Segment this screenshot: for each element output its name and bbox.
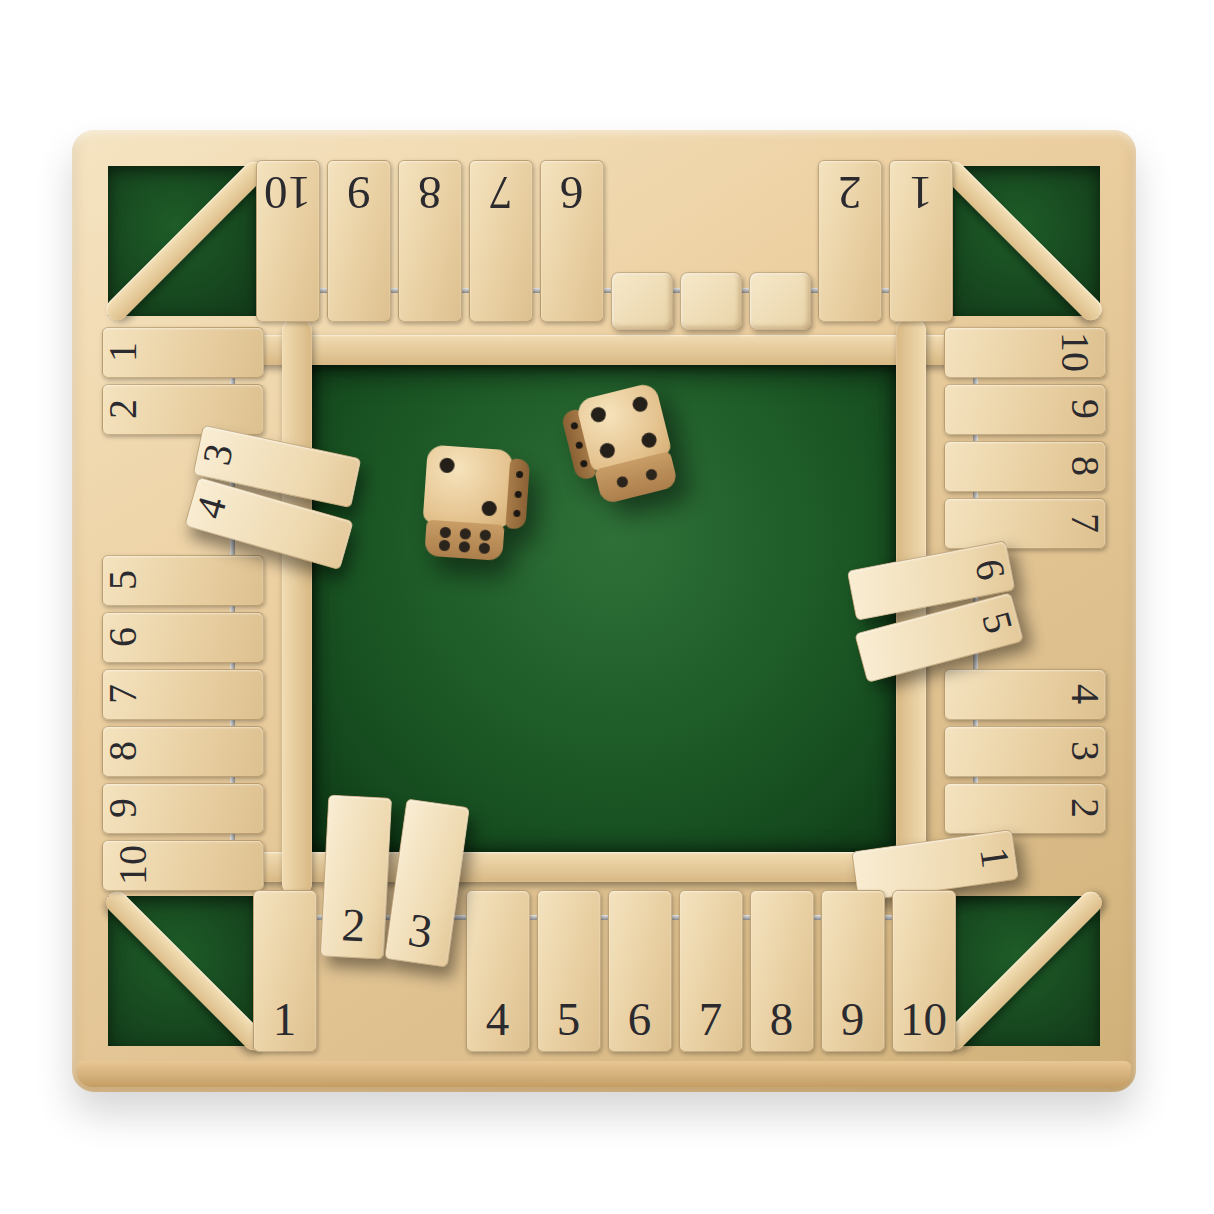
- tile-number: 6: [968, 555, 1011, 582]
- tile-bottom-7[interactable]: 7: [679, 890, 743, 1052]
- tile-row-right: 10987654321: [934, 325, 1106, 892]
- tile-right-10[interactable]: 10: [944, 327, 1106, 378]
- tile-number: 9: [347, 169, 371, 216]
- tile-number: 10: [264, 169, 311, 216]
- tile-right-8[interactable]: 8: [944, 441, 1106, 492]
- tile-top-10[interactable]: 10: [256, 160, 320, 322]
- tile-left-2[interactable]: 2: [102, 384, 264, 435]
- die-pip: [513, 509, 520, 516]
- tile-number: 3: [1065, 741, 1105, 761]
- tile-number: 6: [560, 169, 584, 216]
- tile-bottom-4[interactable]: 4: [466, 890, 530, 1052]
- die-pip: [589, 405, 607, 423]
- die-pip: [459, 528, 471, 540]
- tile-number: 8: [103, 741, 143, 761]
- shut-the-box-board: 10987621 12345678910 10987654321 1234567…: [72, 130, 1136, 1092]
- die-pip: [640, 431, 658, 449]
- tile-bottom-6[interactable]: 6: [608, 890, 672, 1052]
- die-pip: [439, 457, 455, 473]
- die-1-front-face: [424, 520, 504, 561]
- die-1[interactable]: [420, 445, 530, 563]
- tile-number: 10: [900, 996, 947, 1043]
- tile-bottom-2[interactable]: 2: [319, 794, 391, 959]
- tile-top-8[interactable]: 8: [398, 160, 462, 322]
- die-1-top-face: [423, 445, 514, 529]
- tile-top-5[interactable]: [611, 272, 673, 330]
- tile-left-6[interactable]: 6: [102, 612, 264, 663]
- tile-bottom-5[interactable]: 5: [537, 890, 601, 1052]
- tile-number: 10: [113, 845, 153, 885]
- die-pip: [615, 475, 628, 488]
- tile-top-7[interactable]: 7: [469, 160, 533, 322]
- die-pip: [570, 422, 578, 430]
- tile-number: 4: [189, 491, 233, 521]
- tile-row-top: 10987621: [247, 160, 961, 332]
- tile-bottom-10[interactable]: 10: [892, 890, 956, 1052]
- tile-number: 5: [975, 607, 1019, 637]
- die-pip: [479, 529, 491, 541]
- tile-number: 4: [486, 996, 510, 1043]
- tile-top-1[interactable]: 1: [889, 160, 953, 322]
- tile-number: 4: [1065, 684, 1105, 704]
- inner-rail-left: [282, 318, 312, 896]
- tile-number: 7: [489, 169, 513, 216]
- tile-top-4[interactable]: [680, 272, 742, 330]
- tile-right-9[interactable]: 9: [944, 384, 1106, 435]
- tile-number: 7: [1065, 513, 1105, 533]
- tile-right-7[interactable]: 7: [944, 498, 1106, 549]
- tile-top-6[interactable]: 6: [540, 160, 604, 322]
- tile-right-2[interactable]: 2: [944, 783, 1106, 834]
- die-pip: [515, 471, 522, 478]
- tile-number: 1: [909, 169, 933, 216]
- die-pip: [481, 500, 497, 516]
- tile-number: 10: [1055, 332, 1095, 372]
- tile-number: 1: [103, 342, 143, 362]
- tile-number: 2: [838, 169, 862, 216]
- tile-row-bottom: 12345678910: [247, 880, 961, 1052]
- tile-right-4[interactable]: 4: [944, 669, 1106, 720]
- tile-right-3[interactable]: 3: [944, 726, 1106, 777]
- tile-number: 3: [197, 440, 240, 468]
- tile-left-7[interactable]: 7: [102, 669, 264, 720]
- tile-top-3[interactable]: [749, 272, 811, 330]
- tile-number: 9: [1065, 399, 1105, 419]
- tile-number: 7: [103, 684, 143, 704]
- tile-number: 3: [405, 906, 435, 956]
- tile-row-left: 12345678910: [102, 325, 274, 892]
- tile-number: 9: [841, 996, 865, 1043]
- tile-bottom-8[interactable]: 8: [750, 890, 814, 1052]
- tile-number: 9: [103, 798, 143, 818]
- tile-bottom-1[interactable]: 1: [253, 890, 317, 1052]
- tile-left-5[interactable]: 5: [102, 555, 264, 606]
- die-pip: [598, 442, 616, 460]
- tile-number: 8: [1065, 456, 1105, 476]
- tile-number: 6: [628, 996, 652, 1043]
- tile-left-10[interactable]: 10: [102, 840, 264, 891]
- die-pip: [478, 542, 490, 554]
- tile-left-9[interactable]: 9: [102, 783, 264, 834]
- tile-number: 2: [103, 399, 143, 419]
- tile-number: 1: [273, 996, 297, 1043]
- die-pip: [438, 540, 450, 552]
- tile-bottom-9[interactable]: 9: [821, 890, 885, 1052]
- die-pip: [574, 441, 582, 449]
- die-pip: [631, 395, 649, 413]
- die-pip: [644, 468, 657, 481]
- tile-number: 5: [557, 996, 581, 1043]
- tile-number: 2: [1065, 798, 1105, 818]
- tile-number: 6: [103, 627, 143, 647]
- inner-rail-top: [237, 335, 971, 365]
- tile-number: 5: [103, 570, 143, 590]
- die-pip: [579, 459, 587, 467]
- tile-left-8[interactable]: 8: [102, 726, 264, 777]
- die-pip: [514, 490, 521, 497]
- tile-number: 7: [699, 996, 723, 1043]
- tile-number: 2: [340, 901, 366, 949]
- tile-number: 1: [973, 844, 1015, 869]
- tile-left-1[interactable]: 1: [102, 327, 264, 378]
- tile-top-2[interactable]: 2: [818, 160, 882, 322]
- photo-background: 10987621 12345678910 10987654321 1234567…: [0, 0, 1214, 1214]
- tile-top-9[interactable]: 9: [327, 160, 391, 322]
- die-pip: [458, 541, 470, 553]
- tile-number: 8: [770, 996, 794, 1043]
- die-pip: [439, 527, 451, 539]
- tile-number: 8: [418, 169, 442, 216]
